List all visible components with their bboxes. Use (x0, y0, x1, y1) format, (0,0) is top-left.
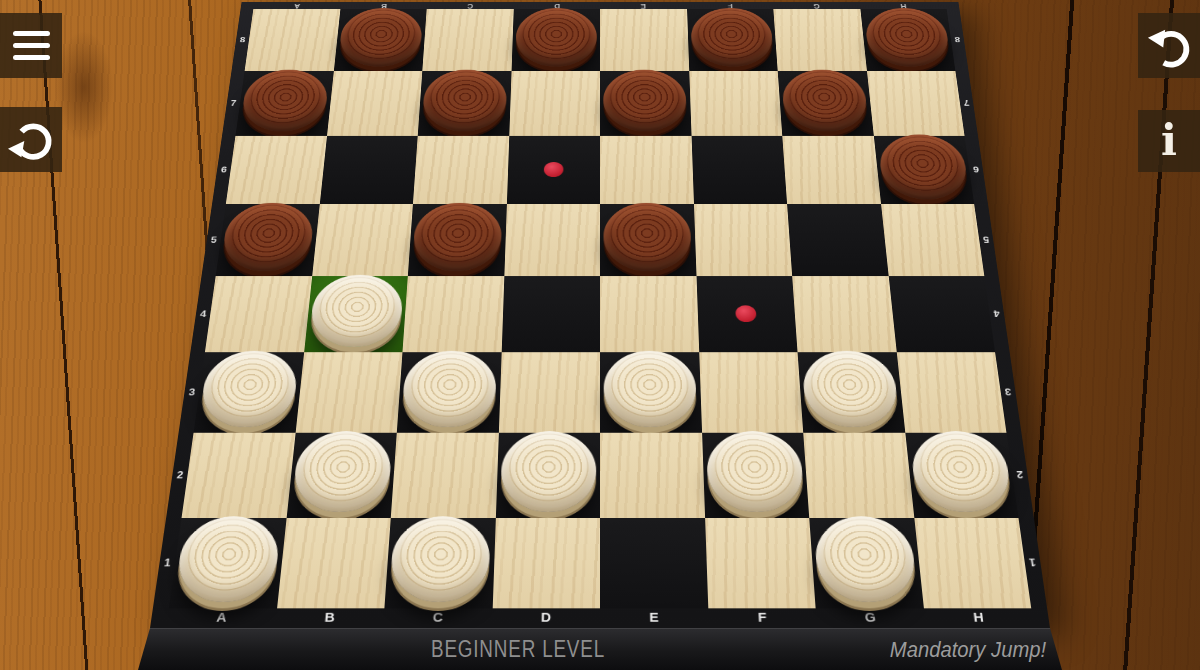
dark-piece-E7[interactable] (603, 70, 687, 132)
square-D7 (509, 71, 600, 136)
square-E8 (600, 9, 689, 71)
square-G7[interactable] (778, 71, 874, 136)
square-B7 (327, 71, 423, 136)
square-H5 (881, 204, 985, 276)
square-F1 (705, 518, 816, 608)
dark-piece-G7[interactable] (781, 70, 869, 132)
file-label-A: A (166, 608, 277, 628)
light-piece-A1[interactable] (174, 517, 282, 603)
square-C7[interactable] (418, 71, 511, 136)
square-A5[interactable] (216, 204, 320, 276)
file-label-C: C (427, 2, 514, 9)
file-label-F: F (708, 608, 817, 628)
square-B4[interactable] (304, 276, 408, 352)
restart-button[interactable] (0, 107, 62, 172)
square-H2[interactable] (905, 433, 1019, 518)
square-E2 (600, 433, 705, 518)
square-C4 (402, 276, 503, 352)
dark-piece-H8[interactable] (863, 8, 951, 67)
info-icon: i (1161, 120, 1177, 162)
square-B2[interactable] (286, 433, 397, 518)
square-F2[interactable] (702, 433, 810, 518)
checkers-board: ABCDEFGH ABCDEFGH 87654321 87654321 (150, 2, 1050, 628)
square-G8 (773, 9, 866, 71)
restart-icon (8, 117, 54, 163)
level-label: BEGINNER LEVEL (391, 636, 645, 663)
jump-target-dot-F4[interactable] (735, 305, 757, 322)
square-F6[interactable] (691, 136, 787, 204)
square-D6[interactable] (506, 136, 600, 204)
square-B5 (312, 204, 413, 276)
file-labels-top: ABCDEFGH (253, 2, 946, 9)
square-B8[interactable] (333, 9, 426, 71)
dark-piece-F8[interactable] (690, 8, 774, 67)
file-labels-bottom: ABCDEFGH (166, 608, 1034, 628)
file-label-D: D (492, 608, 601, 628)
light-piece-G1[interactable] (813, 517, 918, 603)
square-A6 (226, 136, 327, 204)
light-piece-C1[interactable] (389, 517, 491, 603)
square-C8 (422, 9, 513, 71)
square-E5[interactable] (600, 204, 696, 276)
dark-piece-C7[interactable] (422, 70, 508, 132)
dark-piece-C5[interactable] (412, 203, 503, 271)
hamburger-icon (13, 31, 50, 60)
dark-piece-B8[interactable] (337, 8, 423, 67)
board-squares (169, 9, 1031, 608)
dark-piece-A7[interactable] (240, 70, 330, 132)
square-G4 (792, 276, 896, 352)
file-label-B: B (275, 608, 385, 628)
square-D3 (498, 352, 600, 432)
file-label-H: H (923, 608, 1034, 628)
square-H4[interactable] (888, 276, 995, 352)
light-piece-F2[interactable] (706, 431, 805, 512)
light-piece-B2[interactable] (291, 431, 393, 512)
square-G3[interactable] (798, 352, 905, 432)
dark-piece-E5[interactable] (604, 203, 693, 271)
square-C6 (413, 136, 509, 204)
file-label-G: G (816, 608, 926, 628)
square-F7 (689, 71, 782, 136)
square-C2 (391, 433, 499, 518)
info-button[interactable]: i (1138, 110, 1200, 172)
square-G5[interactable] (787, 204, 888, 276)
square-A7[interactable] (235, 71, 333, 136)
square-A1[interactable] (169, 518, 286, 608)
square-A3[interactable] (194, 352, 304, 432)
square-D4[interactable] (501, 276, 600, 352)
square-F8[interactable] (687, 9, 778, 71)
file-label-E: E (600, 2, 687, 9)
square-C1[interactable] (384, 518, 495, 608)
square-A4 (205, 276, 312, 352)
square-F4[interactable] (696, 276, 797, 352)
undo-button[interactable] (1138, 13, 1200, 78)
dark-piece-H6[interactable] (877, 135, 970, 200)
light-piece-A3[interactable] (198, 351, 300, 427)
dark-piece-D8[interactable] (515, 8, 597, 67)
square-D1 (492, 518, 600, 608)
square-A2 (182, 433, 296, 518)
light-piece-D2[interactable] (500, 431, 596, 512)
checkers-app: ABCDEFGH ABCDEFGH 87654321 87654321 BEGI… (0, 0, 1200, 670)
square-E6 (600, 136, 694, 204)
light-piece-H2[interactable] (909, 431, 1014, 512)
square-C3[interactable] (397, 352, 501, 432)
square-G6 (782, 136, 880, 204)
light-piece-E3[interactable] (604, 351, 698, 427)
square-D2[interactable] (495, 433, 600, 518)
square-F5 (694, 204, 793, 276)
square-E4 (600, 276, 699, 352)
square-H3 (896, 352, 1006, 432)
board-front-face: BEGINNER LEVEL Mandatory Jump! (138, 628, 1062, 670)
square-C5[interactable] (408, 204, 507, 276)
jump-target-dot-D6[interactable] (543, 162, 563, 177)
board-shadow: ABCDEFGH ABCDEFGH 87654321 87654321 (0, 0, 1200, 670)
square-E7[interactable] (600, 71, 691, 136)
square-H7 (867, 71, 965, 136)
square-F3 (699, 352, 803, 432)
square-H6[interactable] (873, 136, 974, 204)
menu-button[interactable] (0, 13, 62, 78)
file-label-A: A (253, 2, 340, 9)
square-B3 (295, 352, 402, 432)
light-piece-B4[interactable] (308, 275, 404, 347)
dark-piece-A5[interactable] (220, 203, 316, 271)
square-D5 (504, 204, 600, 276)
square-G2 (803, 433, 914, 518)
square-E1[interactable] (600, 518, 708, 608)
light-piece-C3[interactable] (401, 351, 497, 427)
light-piece-G3[interactable] (801, 351, 900, 427)
undo-icon (1146, 23, 1192, 69)
file-label-C: C (383, 608, 492, 628)
square-H1 (914, 518, 1031, 608)
square-D8[interactable] (511, 9, 600, 71)
square-G1[interactable] (809, 518, 923, 608)
square-A8 (245, 9, 340, 71)
file-label-E: E (600, 608, 709, 628)
square-E3[interactable] (600, 352, 702, 432)
square-B6[interactable] (319, 136, 417, 204)
square-H8[interactable] (860, 9, 955, 71)
file-label-G: G (773, 2, 860, 9)
square-B1 (277, 518, 391, 608)
